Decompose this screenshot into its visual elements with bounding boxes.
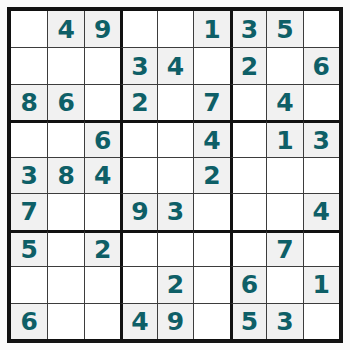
cell-r6c3[interactable] xyxy=(84,193,120,229)
cell-r3c8[interactable]: 4 xyxy=(266,84,302,120)
cell-r6c4[interactable]: 9 xyxy=(120,193,156,229)
cell-r6c6[interactable] xyxy=(193,193,229,229)
cell-r6c8[interactable] xyxy=(266,193,302,229)
sudoku-page: 4913534268627464133842793452726164953 xyxy=(0,0,350,350)
cell-r2c9[interactable]: 6 xyxy=(303,47,339,83)
cell-r4c3[interactable]: 6 xyxy=(84,120,120,156)
cell-r2c1[interactable] xyxy=(11,47,47,83)
cell-r2c4[interactable]: 3 xyxy=(120,47,156,83)
cell-r9c1[interactable]: 6 xyxy=(11,303,47,339)
cell-r4c9[interactable]: 3 xyxy=(303,120,339,156)
cell-r3c7[interactable] xyxy=(230,84,266,120)
cell-r1c6[interactable]: 1 xyxy=(193,11,229,47)
cell-r4c1[interactable] xyxy=(11,120,47,156)
cell-r9c7[interactable]: 5 xyxy=(230,303,266,339)
cell-r2c2[interactable] xyxy=(47,47,83,83)
cell-r3c1[interactable]: 8 xyxy=(11,84,47,120)
cell-r7c1[interactable]: 5 xyxy=(11,230,47,266)
cell-r4c4[interactable] xyxy=(120,120,156,156)
cell-r8c7[interactable]: 6 xyxy=(230,266,266,302)
cell-r2c6[interactable] xyxy=(193,47,229,83)
cell-r9c4[interactable]: 4 xyxy=(120,303,156,339)
cell-r8c9[interactable]: 1 xyxy=(303,266,339,302)
cell-r6c9[interactable]: 4 xyxy=(303,193,339,229)
cell-r4c8[interactable]: 1 xyxy=(266,120,302,156)
cell-r5c6[interactable]: 2 xyxy=(193,157,229,193)
cell-r6c1[interactable]: 7 xyxy=(11,193,47,229)
cell-r9c5[interactable]: 9 xyxy=(157,303,193,339)
sudoku-board: 4913534268627464133842793452726164953 xyxy=(7,7,343,343)
cell-r1c2[interactable]: 4 xyxy=(47,11,83,47)
cell-r7c5[interactable] xyxy=(157,230,193,266)
cell-r5c5[interactable] xyxy=(157,157,193,193)
cell-r3c6[interactable]: 7 xyxy=(193,84,229,120)
cell-r9c2[interactable] xyxy=(47,303,83,339)
cell-r1c7[interactable]: 3 xyxy=(230,11,266,47)
cell-r7c2[interactable] xyxy=(47,230,83,266)
cell-r4c2[interactable] xyxy=(47,120,83,156)
cell-r6c5[interactable]: 3 xyxy=(157,193,193,229)
cell-r1c3[interactable]: 9 xyxy=(84,11,120,47)
cell-r7c8[interactable]: 7 xyxy=(266,230,302,266)
cell-r5c3[interactable]: 4 xyxy=(84,157,120,193)
cell-r4c5[interactable] xyxy=(157,120,193,156)
cell-r2c7[interactable]: 2 xyxy=(230,47,266,83)
cell-r8c6[interactable] xyxy=(193,266,229,302)
cell-r5c4[interactable] xyxy=(120,157,156,193)
cell-r9c6[interactable] xyxy=(193,303,229,339)
cell-r8c8[interactable] xyxy=(266,266,302,302)
cell-r1c5[interactable] xyxy=(157,11,193,47)
cell-r8c2[interactable] xyxy=(47,266,83,302)
cell-r7c9[interactable] xyxy=(303,230,339,266)
cell-r1c4[interactable] xyxy=(120,11,156,47)
cell-r4c6[interactable]: 4 xyxy=(193,120,229,156)
cell-r9c3[interactable] xyxy=(84,303,120,339)
cell-r5c9[interactable] xyxy=(303,157,339,193)
cell-r2c5[interactable]: 4 xyxy=(157,47,193,83)
cell-r7c6[interactable] xyxy=(193,230,229,266)
cell-r3c3[interactable] xyxy=(84,84,120,120)
cell-r8c3[interactable] xyxy=(84,266,120,302)
cell-r5c1[interactable]: 3 xyxy=(11,157,47,193)
cell-r8c5[interactable]: 2 xyxy=(157,266,193,302)
cell-r9c9[interactable] xyxy=(303,303,339,339)
cell-r8c4[interactable] xyxy=(120,266,156,302)
cell-r6c2[interactable] xyxy=(47,193,83,229)
cell-r3c9[interactable] xyxy=(303,84,339,120)
cell-r8c1[interactable] xyxy=(11,266,47,302)
cell-r3c5[interactable] xyxy=(157,84,193,120)
cell-r3c2[interactable]: 6 xyxy=(47,84,83,120)
cell-r5c7[interactable] xyxy=(230,157,266,193)
cell-r3c4[interactable]: 2 xyxy=(120,84,156,120)
cell-r2c8[interactable] xyxy=(266,47,302,83)
cell-r2c3[interactable] xyxy=(84,47,120,83)
cell-r4c7[interactable] xyxy=(230,120,266,156)
cell-r5c2[interactable]: 8 xyxy=(47,157,83,193)
cell-r6c7[interactable] xyxy=(230,193,266,229)
cell-r7c7[interactable] xyxy=(230,230,266,266)
cell-r1c9[interactable] xyxy=(303,11,339,47)
cell-r9c8[interactable]: 3 xyxy=(266,303,302,339)
cell-r5c8[interactable] xyxy=(266,157,302,193)
cell-r1c1[interactable] xyxy=(11,11,47,47)
cell-r1c8[interactable]: 5 xyxy=(266,11,302,47)
cell-r7c3[interactable]: 2 xyxy=(84,230,120,266)
cell-r7c4[interactable] xyxy=(120,230,156,266)
